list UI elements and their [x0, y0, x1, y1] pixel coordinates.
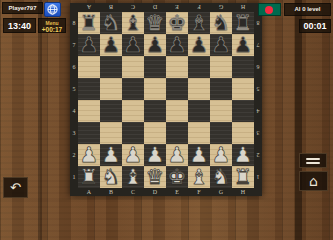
- square-a1[interactable]: ♜: [78, 166, 100, 188]
- square-h6[interactable]: [232, 56, 254, 78]
- white-player-flag-button[interactable]: [44, 2, 61, 17]
- piece-white-bishop: ♝: [124, 166, 143, 188]
- piece-black-bishop: ♝: [190, 12, 209, 34]
- square-h7[interactable]: ♟: [232, 34, 254, 56]
- file-labels-top: ABCDEFGH: [78, 3, 254, 12]
- square-h1[interactable]: ♜: [232, 166, 254, 188]
- square-h8[interactable]: ♜: [232, 12, 254, 34]
- undo-arrow-icon: ↶: [10, 180, 21, 195]
- square-c5[interactable]: [122, 78, 144, 100]
- piece-white-king: ♚: [168, 166, 187, 188]
- file-labels-bottom: ABCDEFGH: [78, 188, 254, 196]
- piece-black-pawn: ♟: [190, 34, 209, 56]
- piece-white-knight: ♞: [102, 166, 121, 188]
- square-d3[interactable]: [144, 122, 166, 144]
- square-f7[interactable]: ♟: [188, 34, 210, 56]
- square-b3[interactable]: [100, 122, 122, 144]
- square-b4[interactable]: [100, 100, 122, 122]
- piece-white-pawn: ♟: [234, 144, 253, 166]
- square-b6[interactable]: [100, 56, 122, 78]
- white-clock: 13:40: [3, 18, 36, 33]
- square-e8[interactable]: ♚: [166, 12, 188, 34]
- menu-button[interactable]: [299, 153, 327, 168]
- square-e7[interactable]: ♟: [166, 34, 188, 56]
- square-d6[interactable]: [144, 56, 166, 78]
- square-a3[interactable]: [78, 122, 100, 144]
- piece-black-pawn: ♟: [212, 34, 231, 56]
- square-c1[interactable]: ♝: [122, 166, 144, 188]
- bangladesh-flag-icon: [258, 3, 281, 16]
- piece-black-pawn: ♟: [146, 34, 165, 56]
- menu-bars-icon: [306, 158, 320, 160]
- home-icon: ⌂: [309, 173, 318, 189]
- piece-black-pawn: ♟: [80, 34, 99, 56]
- square-d1[interactable]: ♛: [144, 166, 166, 188]
- piece-white-pawn: ♟: [146, 144, 165, 166]
- undo-button[interactable]: ↶: [3, 177, 28, 198]
- piece-black-king: ♚: [168, 12, 187, 34]
- white-bonus-box[interactable]: Menu +00:17: [38, 18, 66, 33]
- square-e1[interactable]: ♚: [166, 166, 188, 188]
- square-f1[interactable]: ♝: [188, 166, 210, 188]
- square-d7[interactable]: ♟: [144, 34, 166, 56]
- piece-white-pawn: ♟: [102, 144, 121, 166]
- square-b5[interactable]: [100, 78, 122, 100]
- square-c8[interactable]: ♝: [122, 12, 144, 34]
- square-f4[interactable]: [188, 100, 210, 122]
- square-g8[interactable]: ♞: [210, 12, 232, 34]
- square-g5[interactable]: [210, 78, 232, 100]
- square-d5[interactable]: [144, 78, 166, 100]
- piece-black-pawn: ♟: [102, 34, 121, 56]
- piece-white-pawn: ♟: [80, 144, 99, 166]
- square-g3[interactable]: [210, 122, 232, 144]
- square-b7[interactable]: ♟: [100, 34, 122, 56]
- piece-black-rook: ♜: [80, 12, 99, 34]
- square-e3[interactable]: [166, 122, 188, 144]
- square-g7[interactable]: ♟: [210, 34, 232, 56]
- square-g1[interactable]: ♞: [210, 166, 232, 188]
- square-d8[interactable]: ♛: [144, 12, 166, 34]
- square-c3[interactable]: [122, 122, 144, 144]
- square-g6[interactable]: [210, 56, 232, 78]
- piece-black-knight: ♞: [102, 12, 121, 34]
- square-b2[interactable]: ♟: [100, 144, 122, 166]
- piece-black-knight: ♞: [212, 12, 231, 34]
- rank-labels-right: 87654321: [254, 12, 262, 188]
- square-b1[interactable]: ♞: [100, 166, 122, 188]
- chess-board: ABCDEFGH ABCDEFGH 87654321 87654321 ♜♞♝♛…: [70, 3, 262, 196]
- square-e4[interactable]: [166, 100, 188, 122]
- rank-labels-left: 87654321: [70, 12, 78, 188]
- globe-icon: [47, 1, 58, 19]
- square-d2[interactable]: ♟: [144, 144, 166, 166]
- piece-white-bishop: ♝: [190, 166, 209, 188]
- square-f3[interactable]: [188, 122, 210, 144]
- square-b8[interactable]: ♞: [100, 12, 122, 34]
- square-g4[interactable]: [210, 100, 232, 122]
- piece-black-rook: ♜: [234, 12, 253, 34]
- piece-white-rook: ♜: [234, 166, 253, 188]
- square-f5[interactable]: [188, 78, 210, 100]
- square-e5[interactable]: [166, 78, 188, 100]
- piece-white-queen: ♛: [146, 166, 165, 188]
- square-e2[interactable]: ♟: [166, 144, 188, 166]
- square-a7[interactable]: ♟: [78, 34, 100, 56]
- square-f8[interactable]: ♝: [188, 12, 210, 34]
- square-h2[interactable]: ♟: [232, 144, 254, 166]
- square-a2[interactable]: ♟: [78, 144, 100, 166]
- square-a4[interactable]: [78, 100, 100, 122]
- square-h5[interactable]: [232, 78, 254, 100]
- piece-white-rook: ♜: [80, 166, 99, 188]
- square-f2[interactable]: ♟: [188, 144, 210, 166]
- square-f6[interactable]: [188, 56, 210, 78]
- square-a6[interactable]: [78, 56, 100, 78]
- piece-white-pawn: ♟: [190, 144, 209, 166]
- piece-white-knight: ♞: [212, 166, 231, 188]
- board-squares: ♜♞♝♛♚♝♞♜♟♟♟♟♟♟♟♟♟♟♟♟♟♟♟♟♜♞♝♛♚♝♞♜: [78, 12, 254, 188]
- piece-black-pawn: ♟: [168, 34, 187, 56]
- square-h4[interactable]: [232, 100, 254, 122]
- piece-white-pawn: ♟: [212, 144, 231, 166]
- square-a8[interactable]: ♜: [78, 12, 100, 34]
- square-c7[interactable]: ♟: [122, 34, 144, 56]
- ai-level-label: AI 0 level: [284, 3, 331, 16]
- square-d4[interactable]: [144, 100, 166, 122]
- piece-white-pawn: ♟: [124, 144, 143, 166]
- piece-black-queen: ♛: [146, 12, 165, 34]
- square-e6[interactable]: [166, 56, 188, 78]
- bonus-time: +00:17: [39, 26, 65, 33]
- square-g2[interactable]: ♟: [210, 144, 232, 166]
- square-h3[interactable]: [232, 122, 254, 144]
- black-clock: 00:01: [299, 19, 331, 33]
- square-c6[interactable]: [122, 56, 144, 78]
- piece-white-pawn: ♟: [168, 144, 187, 166]
- piece-black-pawn: ♟: [234, 34, 253, 56]
- piece-black-pawn: ♟: [124, 34, 143, 56]
- square-a5[interactable]: [78, 78, 100, 100]
- square-c4[interactable]: [122, 100, 144, 122]
- white-player-name: Player797: [2, 2, 43, 14]
- home-button[interactable]: ⌂: [299, 171, 328, 191]
- square-c2[interactable]: ♟: [122, 144, 144, 166]
- piece-black-bishop: ♝: [124, 12, 143, 34]
